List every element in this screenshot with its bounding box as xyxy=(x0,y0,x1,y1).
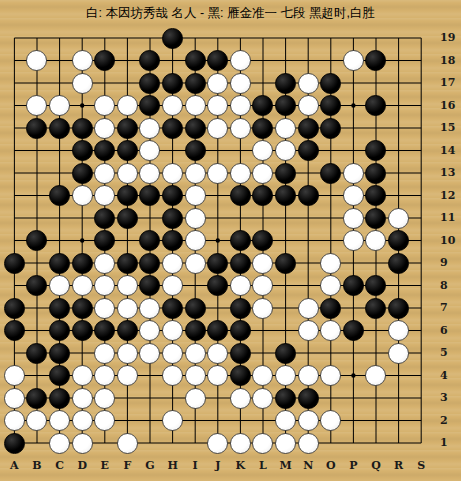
intersection-N6[interactable] xyxy=(297,319,320,342)
intersection-G17[interactable] xyxy=(139,72,162,95)
intersection-O4[interactable] xyxy=(319,364,342,387)
intersection-E19[interactable] xyxy=(93,27,116,50)
intersection-P19[interactable] xyxy=(342,27,365,50)
intersection-A4[interactable] xyxy=(3,364,26,387)
intersection-R14[interactable] xyxy=(387,139,410,162)
intersection-G16[interactable] xyxy=(139,94,162,117)
intersection-O1[interactable] xyxy=(319,432,342,455)
intersection-P12[interactable] xyxy=(342,184,365,207)
intersection-Q16[interactable] xyxy=(365,94,388,117)
intersection-P1[interactable] xyxy=(342,432,365,455)
intersection-I8[interactable] xyxy=(184,274,207,297)
intersection-D6[interactable] xyxy=(71,319,94,342)
intersection-Q15[interactable] xyxy=(365,117,388,140)
intersection-P7[interactable] xyxy=(342,297,365,320)
intersection-M7[interactable] xyxy=(274,297,297,320)
intersection-B8[interactable] xyxy=(26,274,49,297)
intersection-C10[interactable] xyxy=(48,229,71,252)
intersection-I2[interactable] xyxy=(184,409,207,432)
intersection-B10[interactable] xyxy=(26,229,49,252)
intersection-Q11[interactable] xyxy=(365,207,388,230)
intersection-K1[interactable] xyxy=(229,432,252,455)
intersection-B2[interactable] xyxy=(26,409,49,432)
intersection-H15[interactable] xyxy=(161,117,184,140)
intersection-F11[interactable] xyxy=(116,207,139,230)
intersection-G1[interactable] xyxy=(139,432,162,455)
intersection-L12[interactable] xyxy=(252,184,275,207)
intersection-L2[interactable] xyxy=(252,409,275,432)
intersection-E11[interactable] xyxy=(93,207,116,230)
intersection-H13[interactable] xyxy=(161,162,184,185)
intersection-K7[interactable] xyxy=(229,297,252,320)
intersection-F3[interactable] xyxy=(116,387,139,410)
intersection-S4[interactable] xyxy=(410,364,433,387)
intersection-K17[interactable] xyxy=(229,72,252,95)
intersection-L5[interactable] xyxy=(252,342,275,365)
intersection-P4[interactable] xyxy=(342,364,365,387)
intersection-L11[interactable] xyxy=(252,207,275,230)
intersection-M8[interactable] xyxy=(274,274,297,297)
intersection-O14[interactable] xyxy=(319,139,342,162)
intersection-K15[interactable] xyxy=(229,117,252,140)
intersection-G5[interactable] xyxy=(139,342,162,365)
intersection-K14[interactable] xyxy=(229,139,252,162)
intersection-H4[interactable] xyxy=(161,364,184,387)
intersection-E16[interactable] xyxy=(93,94,116,117)
intersection-B3[interactable] xyxy=(26,387,49,410)
intersection-N8[interactable] xyxy=(297,274,320,297)
intersection-B17[interactable] xyxy=(26,72,49,95)
intersection-B13[interactable] xyxy=(26,162,49,185)
intersection-A17[interactable] xyxy=(3,72,26,95)
intersection-H14[interactable] xyxy=(161,139,184,162)
intersection-E5[interactable] xyxy=(93,342,116,365)
intersection-K8[interactable] xyxy=(229,274,252,297)
intersection-J13[interactable] xyxy=(206,162,229,185)
intersection-R4[interactable] xyxy=(387,364,410,387)
intersection-G18[interactable] xyxy=(139,49,162,72)
intersection-F15[interactable] xyxy=(116,117,139,140)
intersection-S9[interactable] xyxy=(410,252,433,275)
intersection-L9[interactable] xyxy=(252,252,275,275)
intersection-M4[interactable] xyxy=(274,364,297,387)
intersection-A8[interactable] xyxy=(3,274,26,297)
intersection-B19[interactable] xyxy=(26,27,49,50)
intersection-R16[interactable] xyxy=(387,94,410,117)
intersection-J18[interactable] xyxy=(206,49,229,72)
intersection-D9[interactable] xyxy=(71,252,94,275)
intersection-H8[interactable] xyxy=(161,274,184,297)
intersection-F4[interactable] xyxy=(116,364,139,387)
intersection-O8[interactable] xyxy=(319,274,342,297)
intersection-R10[interactable] xyxy=(387,229,410,252)
intersection-E10[interactable] xyxy=(93,229,116,252)
intersection-M12[interactable] xyxy=(274,184,297,207)
intersection-E14[interactable] xyxy=(93,139,116,162)
intersection-D14[interactable] xyxy=(71,139,94,162)
intersection-Q9[interactable] xyxy=(365,252,388,275)
intersection-R2[interactable] xyxy=(387,409,410,432)
intersection-K3[interactable] xyxy=(229,387,252,410)
intersection-C7[interactable] xyxy=(48,297,71,320)
intersection-N9[interactable] xyxy=(297,252,320,275)
intersection-O9[interactable] xyxy=(319,252,342,275)
intersection-E7[interactable] xyxy=(93,297,116,320)
intersection-Q17[interactable] xyxy=(365,72,388,95)
intersection-E2[interactable] xyxy=(93,409,116,432)
intersection-F6[interactable] xyxy=(116,319,139,342)
intersection-I17[interactable] xyxy=(184,72,207,95)
intersection-O16[interactable] xyxy=(319,94,342,117)
intersection-I13[interactable] xyxy=(184,162,207,185)
intersection-Q12[interactable] xyxy=(365,184,388,207)
intersection-L16[interactable] xyxy=(252,94,275,117)
intersection-E4[interactable] xyxy=(93,364,116,387)
intersection-L14[interactable] xyxy=(252,139,275,162)
intersection-Q6[interactable] xyxy=(365,319,388,342)
intersection-A3[interactable] xyxy=(3,387,26,410)
intersection-H19[interactable] xyxy=(161,27,184,50)
intersection-G13[interactable] xyxy=(139,162,162,185)
intersection-R6[interactable] xyxy=(387,319,410,342)
intersection-D15[interactable] xyxy=(71,117,94,140)
intersection-C6[interactable] xyxy=(48,319,71,342)
intersection-F9[interactable] xyxy=(116,252,139,275)
intersection-B7[interactable] xyxy=(26,297,49,320)
intersection-D1[interactable] xyxy=(71,432,94,455)
intersection-D2[interactable] xyxy=(71,409,94,432)
intersection-F10[interactable] xyxy=(116,229,139,252)
intersection-H5[interactable] xyxy=(161,342,184,365)
intersection-N1[interactable] xyxy=(297,432,320,455)
intersection-O17[interactable] xyxy=(319,72,342,95)
intersection-L3[interactable] xyxy=(252,387,275,410)
intersection-J12[interactable] xyxy=(206,184,229,207)
intersection-K19[interactable] xyxy=(229,27,252,50)
intersection-R5[interactable] xyxy=(387,342,410,365)
intersection-I10[interactable] xyxy=(184,229,207,252)
intersection-C4[interactable] xyxy=(48,364,71,387)
intersection-K4[interactable] xyxy=(229,364,252,387)
intersection-P6[interactable] xyxy=(342,319,365,342)
intersection-E13[interactable] xyxy=(93,162,116,185)
intersection-O2[interactable] xyxy=(319,409,342,432)
intersection-J10[interactable] xyxy=(206,229,229,252)
intersection-M1[interactable] xyxy=(274,432,297,455)
intersection-Q8[interactable] xyxy=(365,274,388,297)
intersection-E18[interactable] xyxy=(93,49,116,72)
intersection-C15[interactable] xyxy=(48,117,71,140)
intersection-N11[interactable] xyxy=(297,207,320,230)
intersection-F18[interactable] xyxy=(116,49,139,72)
intersection-S19[interactable] xyxy=(410,27,433,50)
intersection-N3[interactable] xyxy=(297,387,320,410)
intersection-F1[interactable] xyxy=(116,432,139,455)
intersection-S7[interactable] xyxy=(410,297,433,320)
intersection-C5[interactable] xyxy=(48,342,71,365)
intersection-F2[interactable] xyxy=(116,409,139,432)
intersection-B6[interactable] xyxy=(26,319,49,342)
intersection-C9[interactable] xyxy=(48,252,71,275)
intersection-R11[interactable] xyxy=(387,207,410,230)
intersection-G11[interactable] xyxy=(139,207,162,230)
intersection-Q14[interactable] xyxy=(365,139,388,162)
intersection-R18[interactable] xyxy=(387,49,410,72)
intersection-H10[interactable] xyxy=(161,229,184,252)
intersection-D18[interactable] xyxy=(71,49,94,72)
intersection-H11[interactable] xyxy=(161,207,184,230)
intersection-G9[interactable] xyxy=(139,252,162,275)
intersection-H16[interactable] xyxy=(161,94,184,117)
intersection-B5[interactable] xyxy=(26,342,49,365)
intersection-A15[interactable] xyxy=(3,117,26,140)
intersection-I18[interactable] xyxy=(184,49,207,72)
intersection-C2[interactable] xyxy=(48,409,71,432)
intersection-A13[interactable] xyxy=(3,162,26,185)
intersection-P5[interactable] xyxy=(342,342,365,365)
intersection-I14[interactable] xyxy=(184,139,207,162)
intersection-Q1[interactable] xyxy=(365,432,388,455)
intersection-J3[interactable] xyxy=(206,387,229,410)
intersection-I4[interactable] xyxy=(184,364,207,387)
intersection-A9[interactable] xyxy=(3,252,26,275)
intersection-J8[interactable] xyxy=(206,274,229,297)
intersection-I16[interactable] xyxy=(184,94,207,117)
intersection-B12[interactable] xyxy=(26,184,49,207)
intersection-K2[interactable] xyxy=(229,409,252,432)
intersection-P14[interactable] xyxy=(342,139,365,162)
intersection-I1[interactable] xyxy=(184,432,207,455)
intersection-R1[interactable] xyxy=(387,432,410,455)
intersection-N10[interactable] xyxy=(297,229,320,252)
intersection-A6[interactable] xyxy=(3,319,26,342)
intersection-E8[interactable] xyxy=(93,274,116,297)
intersection-R7[interactable] xyxy=(387,297,410,320)
intersection-J11[interactable] xyxy=(206,207,229,230)
intersection-A7[interactable] xyxy=(3,297,26,320)
intersection-C13[interactable] xyxy=(48,162,71,185)
intersection-B14[interactable] xyxy=(26,139,49,162)
intersection-I9[interactable] xyxy=(184,252,207,275)
intersection-B16[interactable] xyxy=(26,94,49,117)
intersection-M16[interactable] xyxy=(274,94,297,117)
intersection-L17[interactable] xyxy=(252,72,275,95)
intersection-F7[interactable] xyxy=(116,297,139,320)
intersection-D16[interactable] xyxy=(71,94,94,117)
intersection-M19[interactable] xyxy=(274,27,297,50)
intersection-S6[interactable] xyxy=(410,319,433,342)
intersection-H9[interactable] xyxy=(161,252,184,275)
intersection-C3[interactable] xyxy=(48,387,71,410)
intersection-O5[interactable] xyxy=(319,342,342,365)
intersection-R19[interactable] xyxy=(387,27,410,50)
intersection-N16[interactable] xyxy=(297,94,320,117)
intersection-G3[interactable] xyxy=(139,387,162,410)
intersection-E9[interactable] xyxy=(93,252,116,275)
intersection-R17[interactable] xyxy=(387,72,410,95)
intersection-B11[interactable] xyxy=(26,207,49,230)
intersection-J5[interactable] xyxy=(206,342,229,365)
intersection-M15[interactable] xyxy=(274,117,297,140)
intersection-M10[interactable] xyxy=(274,229,297,252)
intersection-J14[interactable] xyxy=(206,139,229,162)
intersection-O18[interactable] xyxy=(319,49,342,72)
intersection-A16[interactable] xyxy=(3,94,26,117)
intersection-N2[interactable] xyxy=(297,409,320,432)
intersection-N17[interactable] xyxy=(297,72,320,95)
intersection-G7[interactable] xyxy=(139,297,162,320)
intersection-N12[interactable] xyxy=(297,184,320,207)
intersection-S10[interactable] xyxy=(410,229,433,252)
intersection-M6[interactable] xyxy=(274,319,297,342)
intersection-K16[interactable] xyxy=(229,94,252,117)
intersection-D4[interactable] xyxy=(71,364,94,387)
intersection-B4[interactable] xyxy=(26,364,49,387)
intersection-K11[interactable] xyxy=(229,207,252,230)
intersection-L13[interactable] xyxy=(252,162,275,185)
intersection-C17[interactable] xyxy=(48,72,71,95)
intersection-D8[interactable] xyxy=(71,274,94,297)
intersection-N15[interactable] xyxy=(297,117,320,140)
intersection-E15[interactable] xyxy=(93,117,116,140)
intersection-C19[interactable] xyxy=(48,27,71,50)
intersection-R9[interactable] xyxy=(387,252,410,275)
intersection-F19[interactable] xyxy=(116,27,139,50)
intersection-G12[interactable] xyxy=(139,184,162,207)
intersection-M11[interactable] xyxy=(274,207,297,230)
intersection-P9[interactable] xyxy=(342,252,365,275)
intersection-B9[interactable] xyxy=(26,252,49,275)
intersection-M3[interactable] xyxy=(274,387,297,410)
intersection-N18[interactable] xyxy=(297,49,320,72)
intersection-N4[interactable] xyxy=(297,364,320,387)
intersection-B15[interactable] xyxy=(26,117,49,140)
intersection-A11[interactable] xyxy=(3,207,26,230)
intersection-J15[interactable] xyxy=(206,117,229,140)
intersection-I3[interactable] xyxy=(184,387,207,410)
intersection-G8[interactable] xyxy=(139,274,162,297)
intersection-F12[interactable] xyxy=(116,184,139,207)
intersection-D12[interactable] xyxy=(71,184,94,207)
intersection-L15[interactable] xyxy=(252,117,275,140)
intersection-Q5[interactable] xyxy=(365,342,388,365)
intersection-J2[interactable] xyxy=(206,409,229,432)
intersection-M14[interactable] xyxy=(274,139,297,162)
intersection-B1[interactable] xyxy=(26,432,49,455)
intersection-O6[interactable] xyxy=(319,319,342,342)
intersection-O15[interactable] xyxy=(319,117,342,140)
intersection-O11[interactable] xyxy=(319,207,342,230)
intersection-Q18[interactable] xyxy=(365,49,388,72)
intersection-Q13[interactable] xyxy=(365,162,388,185)
intersection-K13[interactable] xyxy=(229,162,252,185)
intersection-L18[interactable] xyxy=(252,49,275,72)
intersection-D5[interactable] xyxy=(71,342,94,365)
intersection-F16[interactable] xyxy=(116,94,139,117)
intersection-H7[interactable] xyxy=(161,297,184,320)
intersection-M13[interactable] xyxy=(274,162,297,185)
intersection-Q4[interactable] xyxy=(365,364,388,387)
intersection-G4[interactable] xyxy=(139,364,162,387)
intersection-I12[interactable] xyxy=(184,184,207,207)
intersection-O12[interactable] xyxy=(319,184,342,207)
intersection-E3[interactable] xyxy=(93,387,116,410)
intersection-P18[interactable] xyxy=(342,49,365,72)
intersection-M18[interactable] xyxy=(274,49,297,72)
intersection-O7[interactable] xyxy=(319,297,342,320)
intersection-S2[interactable] xyxy=(410,409,433,432)
intersection-S12[interactable] xyxy=(410,184,433,207)
intersection-C8[interactable] xyxy=(48,274,71,297)
intersection-Q10[interactable] xyxy=(365,229,388,252)
intersection-A1[interactable] xyxy=(3,432,26,455)
intersection-G10[interactable] xyxy=(139,229,162,252)
intersection-A19[interactable] xyxy=(3,27,26,50)
intersection-J4[interactable] xyxy=(206,364,229,387)
intersection-I19[interactable] xyxy=(184,27,207,50)
intersection-K6[interactable] xyxy=(229,319,252,342)
intersection-A5[interactable] xyxy=(3,342,26,365)
intersection-M17[interactable] xyxy=(274,72,297,95)
intersection-E17[interactable] xyxy=(93,72,116,95)
intersection-H17[interactable] xyxy=(161,72,184,95)
intersection-R12[interactable] xyxy=(387,184,410,207)
intersection-H2[interactable] xyxy=(161,409,184,432)
intersection-I5[interactable] xyxy=(184,342,207,365)
intersection-J9[interactable] xyxy=(206,252,229,275)
intersection-L19[interactable] xyxy=(252,27,275,50)
intersection-N7[interactable] xyxy=(297,297,320,320)
intersection-P13[interactable] xyxy=(342,162,365,185)
intersection-F14[interactable] xyxy=(116,139,139,162)
intersection-K10[interactable] xyxy=(229,229,252,252)
intersection-P15[interactable] xyxy=(342,117,365,140)
intersection-R8[interactable] xyxy=(387,274,410,297)
intersection-F8[interactable] xyxy=(116,274,139,297)
intersection-K18[interactable] xyxy=(229,49,252,72)
intersection-S17[interactable] xyxy=(410,72,433,95)
intersection-L4[interactable] xyxy=(252,364,275,387)
intersection-H3[interactable] xyxy=(161,387,184,410)
intersection-I15[interactable] xyxy=(184,117,207,140)
intersection-A2[interactable] xyxy=(3,409,26,432)
intersection-P17[interactable] xyxy=(342,72,365,95)
intersection-A12[interactable] xyxy=(3,184,26,207)
intersection-D13[interactable] xyxy=(71,162,94,185)
intersection-D3[interactable] xyxy=(71,387,94,410)
intersection-G19[interactable] xyxy=(139,27,162,50)
intersection-Q2[interactable] xyxy=(365,409,388,432)
intersection-G15[interactable] xyxy=(139,117,162,140)
intersection-Q19[interactable] xyxy=(365,27,388,50)
intersection-O19[interactable] xyxy=(319,27,342,50)
intersection-K9[interactable] xyxy=(229,252,252,275)
intersection-P11[interactable] xyxy=(342,207,365,230)
intersection-P8[interactable] xyxy=(342,274,365,297)
intersection-L10[interactable] xyxy=(252,229,275,252)
intersection-L7[interactable] xyxy=(252,297,275,320)
intersection-G14[interactable] xyxy=(139,139,162,162)
intersection-C16[interactable] xyxy=(48,94,71,117)
intersection-P2[interactable] xyxy=(342,409,365,432)
intersection-B18[interactable] xyxy=(26,49,49,72)
intersection-O3[interactable] xyxy=(319,387,342,410)
intersection-N14[interactable] xyxy=(297,139,320,162)
intersection-I11[interactable] xyxy=(184,207,207,230)
intersection-F5[interactable] xyxy=(116,342,139,365)
intersection-S15[interactable] xyxy=(410,117,433,140)
intersection-Q3[interactable] xyxy=(365,387,388,410)
